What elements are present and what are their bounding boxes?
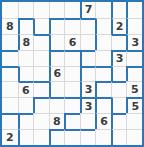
cell-r5c6[interactable]: [80, 66, 96, 82]
cell-r9c2[interactable]: [18, 129, 34, 145]
cell-r8c4[interactable]: 8: [49, 113, 65, 129]
cell-r9c5[interactable]: [64, 129, 80, 145]
cell-r6c9[interactable]: 5: [126, 81, 142, 97]
cell-r2c2[interactable]: [18, 18, 34, 34]
cell-r1c4[interactable]: [49, 2, 65, 18]
given-digit: 3: [131, 36, 139, 49]
cell-r3c6[interactable]: [80, 34, 96, 50]
cell-r6c7[interactable]: [95, 81, 111, 97]
cell-r9c1[interactable]: 2: [2, 129, 18, 145]
cell-r4c2[interactable]: [18, 50, 34, 66]
cell-r4c4[interactable]: [49, 50, 65, 66]
cell-r5c9[interactable]: [126, 66, 142, 82]
cell-r7c1[interactable]: [2, 97, 18, 113]
puzzle-board: 7828633663535862: [0, 0, 144, 147]
cell-r1c9[interactable]: [126, 2, 142, 18]
cell-r6c2[interactable]: 6: [18, 81, 34, 97]
cell-r8c9[interactable]: [126, 113, 142, 129]
given-digit: 2: [116, 20, 124, 33]
cell-r1c6[interactable]: 7: [80, 2, 96, 18]
cell-r6c5[interactable]: [64, 81, 80, 97]
cell-r3c4[interactable]: [49, 34, 65, 50]
cell-r4c9[interactable]: [126, 50, 142, 66]
cell-r5c8[interactable]: [111, 66, 127, 82]
cell-r9c4[interactable]: [49, 129, 65, 145]
cell-r7c4[interactable]: [49, 97, 65, 113]
cell-r6c3[interactable]: [33, 81, 49, 97]
given-digit: 6: [54, 67, 62, 80]
cell-r6c8[interactable]: [111, 81, 127, 97]
cell-r8c1[interactable]: [2, 113, 18, 129]
cell-r2c3[interactable]: [33, 18, 49, 34]
given-digit: 6: [69, 36, 77, 49]
cell-r5c4[interactable]: 6: [49, 66, 65, 82]
cell-r5c2[interactable]: [18, 66, 34, 82]
given-digit: 8: [53, 115, 61, 128]
cell-r3c5[interactable]: 6: [64, 34, 80, 50]
cell-r7c6[interactable]: 3: [80, 97, 96, 113]
cell-r2c4[interactable]: [49, 18, 65, 34]
cell-r1c3[interactable]: [33, 2, 49, 18]
cell-r8c3[interactable]: [33, 113, 49, 129]
puzzle-stage: 7828633663535862: [0, 0, 144, 147]
cell-r4c8[interactable]: 3: [111, 50, 127, 66]
cell-r5c7[interactable]: [95, 66, 111, 82]
given-digit: 5: [131, 83, 139, 96]
cell-r9c8[interactable]: [111, 129, 127, 145]
cell-r8c7[interactable]: 6: [95, 113, 111, 129]
cell-r2c8[interactable]: 2: [111, 18, 127, 34]
given-digit: 6: [100, 115, 108, 128]
cell-r3c8[interactable]: [111, 34, 127, 50]
cell-r7c9[interactable]: 5: [126, 97, 142, 113]
cell-r7c2[interactable]: [18, 97, 34, 113]
cell-r2c5[interactable]: [64, 18, 80, 34]
cell-r9c6[interactable]: [80, 129, 96, 145]
cell-r1c8[interactable]: [111, 2, 127, 18]
cell-r4c3[interactable]: [33, 50, 49, 66]
cell-r9c9[interactable]: [126, 129, 142, 145]
cell-r3c3[interactable]: [33, 34, 49, 50]
given-digit: 2: [6, 131, 14, 144]
cell-r2c9[interactable]: [126, 18, 142, 34]
cell-r3c2[interactable]: 8: [18, 34, 34, 50]
cell-r7c7[interactable]: [95, 97, 111, 113]
cell-r8c6[interactable]: [80, 113, 96, 129]
cell-r7c3[interactable]: [33, 97, 49, 113]
cell-r7c5[interactable]: [64, 97, 80, 113]
cell-r6c1[interactable]: [2, 81, 18, 97]
cell-r3c9[interactable]: 3: [126, 34, 142, 50]
cell-r8c5[interactable]: [64, 113, 80, 129]
cell-r8c8[interactable]: [111, 113, 127, 129]
cell-r5c3[interactable]: [33, 66, 49, 82]
cell-r6c6[interactable]: 3: [80, 81, 96, 97]
given-digit: 8: [23, 36, 31, 49]
cell-r1c5[interactable]: [64, 2, 80, 18]
cell-r4c6[interactable]: [80, 50, 96, 66]
cell-r5c5[interactable]: [64, 66, 80, 82]
cell-r7c8[interactable]: [111, 97, 127, 113]
cell-r2c1[interactable]: 8: [2, 18, 18, 34]
cell-r1c2[interactable]: [18, 2, 34, 18]
cell-r9c7[interactable]: [95, 129, 111, 145]
cell-r6c4[interactable]: [49, 81, 65, 97]
cell-r4c5[interactable]: [64, 50, 80, 66]
cell-r4c7[interactable]: [95, 50, 111, 66]
given-digit: 7: [85, 3, 93, 16]
cell-r8c2[interactable]: [18, 113, 34, 129]
cell-r2c6[interactable]: [80, 18, 96, 34]
given-digit: 3: [85, 100, 93, 113]
given-digit: 8: [6, 20, 14, 33]
given-digit: 3: [116, 52, 124, 65]
cell-r4c1[interactable]: [2, 50, 18, 66]
given-digit: 6: [22, 84, 30, 97]
given-digit: 5: [131, 100, 139, 113]
cell-r1c1[interactable]: [2, 2, 18, 18]
given-digit: 3: [85, 83, 93, 96]
cell-r1c7[interactable]: [95, 2, 111, 18]
cell-r3c1[interactable]: [2, 34, 18, 50]
cell-r3c7[interactable]: [95, 34, 111, 50]
cell-r2c7[interactable]: [95, 18, 111, 34]
cell-r9c3[interactable]: [33, 129, 49, 145]
cell-r5c1[interactable]: [2, 66, 18, 82]
